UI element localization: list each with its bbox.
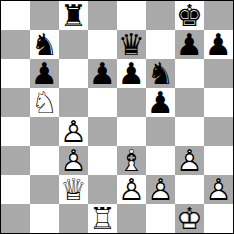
square-d4[interactable]	[88, 117, 117, 146]
square-e3[interactable]: ♝︎♗︎	[117, 146, 146, 175]
square-d2[interactable]	[88, 175, 117, 204]
square-a5[interactable]	[1, 88, 30, 117]
chess-board: ♜︎♚︎♞︎♛︎♟︎♟︎♟︎♟︎♟︎♞︎♞︎♘︎♟︎♟︎♙︎♟︎♙︎♝︎♗︎♟︎…	[1, 1, 233, 233]
square-c1[interactable]	[59, 204, 88, 233]
square-d3[interactable]	[88, 146, 117, 175]
piece-white-pawn[interactable]: ♟︎♙︎	[146, 175, 175, 204]
piece-black-queen[interactable]: ♛︎	[117, 30, 146, 59]
square-c8[interactable]: ♜︎	[59, 1, 88, 30]
piece-white-knight[interactable]: ♞︎♘︎	[30, 88, 59, 117]
square-a4[interactable]	[1, 117, 30, 146]
white-pawn-icon: ♙︎	[117, 175, 146, 204]
square-h7[interactable]: ♟︎	[204, 30, 233, 59]
piece-white-rook[interactable]: ♜︎♖︎	[88, 204, 117, 233]
square-e7[interactable]: ♛︎	[117, 30, 146, 59]
white-bishop-icon: ♗︎	[117, 146, 146, 175]
square-d8[interactable]	[88, 1, 117, 30]
black-pawn-icon: ♟︎	[175, 30, 204, 59]
white-pawn-icon: ♙︎	[59, 146, 88, 175]
square-f6[interactable]: ♞︎	[146, 59, 175, 88]
square-c5[interactable]	[59, 88, 88, 117]
piece-white-pawn[interactable]: ♟︎♙︎	[59, 117, 88, 146]
square-g6[interactable]	[175, 59, 204, 88]
piece-black-pawn[interactable]: ♟︎	[88, 59, 117, 88]
white-pawn-icon: ♙︎	[59, 117, 88, 146]
piece-black-pawn[interactable]: ♟︎	[175, 30, 204, 59]
square-f5[interactable]: ♟︎	[146, 88, 175, 117]
square-b3[interactable]	[30, 146, 59, 175]
square-d7[interactable]	[88, 30, 117, 59]
piece-white-pawn[interactable]: ♟︎♙︎	[204, 175, 233, 204]
piece-black-pawn[interactable]: ♟︎	[117, 59, 146, 88]
square-b8[interactable]	[30, 1, 59, 30]
square-e5[interactable]	[117, 88, 146, 117]
square-e4[interactable]	[117, 117, 146, 146]
square-h4[interactable]	[204, 117, 233, 146]
white-pawn-icon: ♙︎	[204, 175, 233, 204]
square-d5[interactable]	[88, 88, 117, 117]
piece-black-king[interactable]: ♚︎	[175, 1, 204, 30]
square-h2[interactable]: ♟︎♙︎	[204, 175, 233, 204]
black-queen-icon: ♛︎	[117, 30, 146, 59]
black-pawn-icon: ♟︎	[117, 59, 146, 88]
square-c7[interactable]	[59, 30, 88, 59]
piece-white-pawn[interactable]: ♟︎♙︎	[59, 146, 88, 175]
white-knight-icon: ♘︎	[30, 88, 59, 117]
piece-black-pawn[interactable]: ♟︎	[204, 30, 233, 59]
piece-white-queen[interactable]: ♛︎♕︎	[59, 175, 88, 204]
square-b6[interactable]: ♟︎	[30, 59, 59, 88]
square-e1[interactable]	[117, 204, 146, 233]
square-a8[interactable]	[1, 1, 30, 30]
square-g4[interactable]	[175, 117, 204, 146]
square-a7[interactable]	[1, 30, 30, 59]
square-a3[interactable]	[1, 146, 30, 175]
square-e2[interactable]: ♟︎♙︎	[117, 175, 146, 204]
square-b5[interactable]: ♞︎♘︎	[30, 88, 59, 117]
white-queen-icon: ♕︎	[59, 175, 88, 204]
square-b1[interactable]	[30, 204, 59, 233]
square-f1[interactable]	[146, 204, 175, 233]
piece-black-pawn[interactable]: ♟︎	[30, 59, 59, 88]
piece-black-knight[interactable]: ♞︎	[146, 59, 175, 88]
square-f3[interactable]	[146, 146, 175, 175]
black-pawn-icon: ♟︎	[204, 30, 233, 59]
square-b7[interactable]: ♞︎	[30, 30, 59, 59]
square-c4[interactable]: ♟︎♙︎	[59, 117, 88, 146]
piece-black-pawn[interactable]: ♟︎	[146, 88, 175, 117]
black-knight-icon: ♞︎	[30, 30, 59, 59]
square-f8[interactable]	[146, 1, 175, 30]
square-f4[interactable]	[146, 117, 175, 146]
square-h5[interactable]	[204, 88, 233, 117]
square-e8[interactable]	[117, 1, 146, 30]
square-b4[interactable]	[30, 117, 59, 146]
white-pawn-icon: ♙︎	[175, 146, 204, 175]
square-a1[interactable]	[1, 204, 30, 233]
square-e6[interactable]: ♟︎	[117, 59, 146, 88]
square-g2[interactable]	[175, 175, 204, 204]
piece-black-rook[interactable]: ♜︎	[59, 1, 88, 30]
square-a6[interactable]	[1, 59, 30, 88]
square-b2[interactable]	[30, 175, 59, 204]
piece-black-knight[interactable]: ♞︎	[30, 30, 59, 59]
square-c3[interactable]: ♟︎♙︎	[59, 146, 88, 175]
black-pawn-icon: ♟︎	[30, 59, 59, 88]
square-h3[interactable]	[204, 146, 233, 175]
square-f2[interactable]: ♟︎♙︎	[146, 175, 175, 204]
square-d6[interactable]: ♟︎	[88, 59, 117, 88]
black-rook-icon: ♜︎	[59, 1, 88, 30]
square-h6[interactable]	[204, 59, 233, 88]
square-d1[interactable]: ♜︎♖︎	[88, 204, 117, 233]
square-g8[interactable]: ♚︎	[175, 1, 204, 30]
square-g3[interactable]: ♟︎♙︎	[175, 146, 204, 175]
piece-white-pawn[interactable]: ♟︎♙︎	[175, 146, 204, 175]
black-king-icon: ♚︎	[175, 1, 204, 30]
piece-white-bishop[interactable]: ♝︎♗︎	[117, 146, 146, 175]
square-g5[interactable]	[175, 88, 204, 117]
chess-board-frame: ♜︎♚︎♞︎♛︎♟︎♟︎♟︎♟︎♟︎♞︎♞︎♘︎♟︎♟︎♙︎♟︎♙︎♝︎♗︎♟︎…	[0, 0, 234, 234]
black-pawn-icon: ♟︎	[146, 88, 175, 117]
square-c2[interactable]: ♛︎♕︎	[59, 175, 88, 204]
square-c6[interactable]	[59, 59, 88, 88]
white-pawn-icon: ♙︎	[146, 175, 175, 204]
black-pawn-icon: ♟︎	[88, 59, 117, 88]
square-a2[interactable]	[1, 175, 30, 204]
piece-white-king[interactable]: ♚︎♔︎	[175, 204, 204, 233]
square-h1[interactable]	[204, 204, 233, 233]
square-g1[interactable]: ♚︎♔︎	[175, 204, 204, 233]
white-king-icon: ♔︎	[175, 204, 204, 233]
square-g7[interactable]: ♟︎	[175, 30, 204, 59]
square-f7[interactable]	[146, 30, 175, 59]
piece-white-pawn[interactable]: ♟︎♙︎	[117, 175, 146, 204]
square-h8[interactable]	[204, 1, 233, 30]
white-rook-icon: ♖︎	[88, 204, 117, 233]
black-knight-icon: ♞︎	[146, 59, 175, 88]
